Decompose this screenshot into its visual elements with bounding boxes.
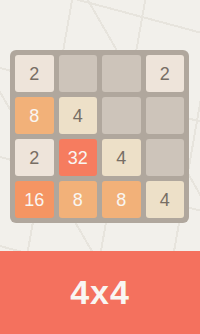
tile-16-r4c1: 16 (15, 181, 54, 218)
tile-4-r2c2: 4 (59, 97, 98, 134)
tile-32-r3c2: 32 (59, 139, 98, 176)
tile-2-r1c4: 2 (146, 55, 185, 92)
tile-8-r4c3: 8 (102, 181, 141, 218)
tile-2-r3c1: 2 (15, 139, 54, 176)
board-grid[interactable]: 2284232416884 (10, 50, 189, 223)
empty-cell-r1c3 (102, 55, 141, 92)
tile-4-r3c3: 4 (102, 139, 141, 176)
tile-2-r1c1: 2 (15, 55, 54, 92)
empty-cell-r3c4 (146, 139, 185, 176)
empty-cell-r1c2 (59, 55, 98, 92)
grid-size-banner[interactable]: 4x4 (0, 251, 200, 334)
tile-8-r2c1: 8 (15, 97, 54, 134)
grid-size-label: 4x4 (70, 273, 130, 312)
tile-8-r4c2: 8 (59, 181, 98, 218)
game-screen: 2284232416884 4x4 (0, 0, 200, 334)
empty-cell-r2c4 (146, 97, 185, 134)
tile-4-r4c4: 4 (146, 181, 185, 218)
empty-cell-r2c3 (102, 97, 141, 134)
